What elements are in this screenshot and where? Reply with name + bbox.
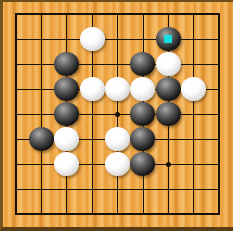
intersection-7-6[interactable] bbox=[156, 127, 181, 152]
intersection-9-7[interactable] bbox=[206, 152, 231, 177]
intersection-2-3[interactable] bbox=[29, 52, 54, 77]
intersection-1-1[interactable] bbox=[3, 2, 28, 27]
intersection-9-9[interactable] bbox=[206, 202, 231, 227]
intersection-9-1[interactable] bbox=[206, 2, 231, 27]
intersection-3-4[interactable] bbox=[54, 77, 79, 102]
intersection-7-8[interactable] bbox=[156, 177, 181, 202]
stone-white-7-3[interactable] bbox=[156, 52, 181, 76]
intersection-1-7[interactable] bbox=[3, 152, 28, 177]
intersection-5-6[interactable] bbox=[105, 127, 130, 152]
intersection-6-4[interactable] bbox=[130, 77, 155, 102]
intersection-1-8[interactable] bbox=[3, 177, 28, 202]
intersection-4-7[interactable] bbox=[79, 152, 104, 177]
intersection-7-5[interactable] bbox=[156, 102, 181, 127]
intersection-5-7[interactable] bbox=[105, 152, 130, 177]
stone-white-5-7[interactable] bbox=[105, 152, 130, 176]
intersection-1-3[interactable] bbox=[3, 52, 28, 77]
intersection-3-3[interactable] bbox=[54, 52, 79, 77]
go-board bbox=[0, 0, 233, 231]
intersection-9-5[interactable] bbox=[206, 102, 231, 127]
intersection-6-9[interactable] bbox=[130, 202, 155, 227]
intersection-2-1[interactable] bbox=[29, 2, 54, 27]
intersection-1-6[interactable] bbox=[3, 127, 28, 152]
intersection-4-1[interactable] bbox=[79, 2, 104, 27]
stone-black-3-4[interactable] bbox=[54, 77, 79, 101]
intersection-9-3[interactable] bbox=[206, 52, 231, 77]
stone-black-6-5[interactable] bbox=[130, 102, 155, 126]
intersection-5-3[interactable] bbox=[105, 52, 130, 77]
stone-white-6-4[interactable] bbox=[130, 77, 155, 101]
intersection-3-2[interactable] bbox=[54, 27, 79, 52]
intersection-2-7[interactable] bbox=[29, 152, 54, 177]
intersection-5-5[interactable] bbox=[105, 102, 130, 127]
intersection-5-1[interactable] bbox=[105, 2, 130, 27]
intersection-5-4[interactable] bbox=[105, 77, 130, 102]
stone-black-3-3[interactable] bbox=[54, 52, 79, 76]
stone-black-7-4[interactable] bbox=[156, 77, 181, 101]
intersection-3-8[interactable] bbox=[54, 177, 79, 202]
intersection-8-3[interactable] bbox=[181, 52, 206, 77]
intersection-4-9[interactable] bbox=[79, 202, 104, 227]
intersection-3-9[interactable] bbox=[54, 202, 79, 227]
intersection-8-5[interactable] bbox=[181, 102, 206, 127]
intersection-1-4[interactable] bbox=[3, 77, 28, 102]
intersection-8-6[interactable] bbox=[181, 127, 206, 152]
intersection-9-4[interactable] bbox=[206, 77, 231, 102]
stone-black-6-6[interactable] bbox=[130, 127, 155, 151]
intersection-2-6[interactable] bbox=[29, 127, 54, 152]
stone-layer bbox=[3, 2, 232, 227]
stone-black-6-3[interactable] bbox=[130, 52, 155, 76]
intersection-6-6[interactable] bbox=[130, 127, 155, 152]
intersection-1-2[interactable] bbox=[3, 27, 28, 52]
intersection-2-9[interactable] bbox=[29, 202, 54, 227]
stone-black-7-2[interactable] bbox=[156, 27, 181, 51]
intersection-6-7[interactable] bbox=[130, 152, 155, 177]
stone-white-4-4[interactable] bbox=[80, 77, 105, 101]
intersection-6-2[interactable] bbox=[130, 27, 155, 52]
intersection-2-2[interactable] bbox=[29, 27, 54, 52]
stone-white-3-7[interactable] bbox=[54, 152, 79, 176]
stone-black-6-7[interactable] bbox=[130, 152, 155, 176]
intersection-1-5[interactable] bbox=[3, 102, 28, 127]
intersection-5-9[interactable] bbox=[105, 202, 130, 227]
intersection-8-8[interactable] bbox=[181, 177, 206, 202]
intersection-7-2[interactable] bbox=[156, 27, 181, 52]
stone-white-5-4[interactable] bbox=[105, 77, 130, 101]
intersection-6-3[interactable] bbox=[130, 52, 155, 77]
stone-white-8-4[interactable] bbox=[181, 77, 206, 101]
stone-black-7-5[interactable] bbox=[156, 102, 181, 126]
intersection-5-2[interactable] bbox=[105, 27, 130, 52]
intersection-3-7[interactable] bbox=[54, 152, 79, 177]
intersection-8-2[interactable] bbox=[181, 27, 206, 52]
stone-white-4-2[interactable] bbox=[80, 27, 105, 51]
intersection-7-1[interactable] bbox=[156, 2, 181, 27]
stone-black-3-5[interactable] bbox=[54, 102, 79, 126]
intersection-8-1[interactable] bbox=[181, 2, 206, 27]
intersection-7-9[interactable] bbox=[156, 202, 181, 227]
last-move-marker bbox=[164, 35, 172, 43]
intersection-4-8[interactable] bbox=[79, 177, 104, 202]
intersection-8-9[interactable] bbox=[181, 202, 206, 227]
intersection-1-9[interactable] bbox=[3, 202, 28, 227]
stone-white-3-6[interactable] bbox=[54, 127, 79, 151]
intersection-7-4[interactable] bbox=[156, 77, 181, 102]
intersection-5-8[interactable] bbox=[105, 177, 130, 202]
intersection-3-6[interactable] bbox=[54, 127, 79, 152]
intersection-6-8[interactable] bbox=[130, 177, 155, 202]
intersection-4-5[interactable] bbox=[79, 102, 104, 127]
intersection-4-6[interactable] bbox=[79, 127, 104, 152]
intersection-7-7[interactable] bbox=[156, 152, 181, 177]
intersection-2-5[interactable] bbox=[29, 102, 54, 127]
intersection-8-7[interactable] bbox=[181, 152, 206, 177]
stone-black-2-6[interactable] bbox=[29, 127, 54, 151]
intersection-3-5[interactable] bbox=[54, 102, 79, 127]
stone-white-5-6[interactable] bbox=[105, 127, 130, 151]
intersection-4-2[interactable] bbox=[79, 27, 104, 52]
intersection-2-8[interactable] bbox=[29, 177, 54, 202]
intersection-8-4[interactable] bbox=[181, 77, 206, 102]
intersection-4-3[interactable] bbox=[79, 52, 104, 77]
intersection-9-8[interactable] bbox=[206, 177, 231, 202]
intersection-7-3[interactable] bbox=[156, 52, 181, 77]
intersection-4-4[interactable] bbox=[79, 77, 104, 102]
intersection-6-5[interactable] bbox=[130, 102, 155, 127]
intersection-2-4[interactable] bbox=[29, 77, 54, 102]
intersection-3-1[interactable] bbox=[54, 2, 79, 27]
intersection-9-2[interactable] bbox=[206, 27, 231, 52]
intersection-9-6[interactable] bbox=[206, 127, 231, 152]
intersection-6-1[interactable] bbox=[130, 2, 155, 27]
